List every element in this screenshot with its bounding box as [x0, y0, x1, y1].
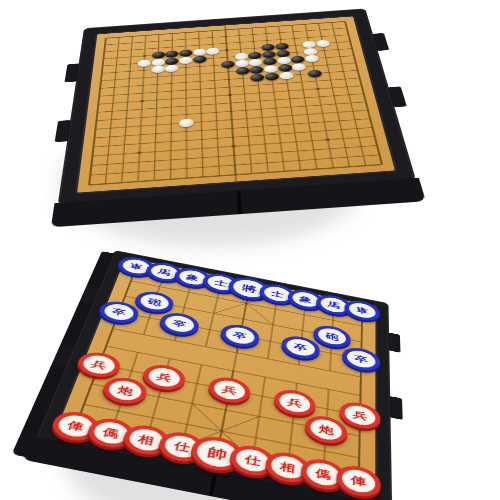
latch-tab-icon	[388, 333, 400, 353]
xq-piece-character: 砲	[325, 332, 338, 341]
xq-piece-character: 卒	[172, 319, 187, 329]
xq-piece-character: 車	[129, 262, 144, 270]
xq-piece-character: 砲	[147, 297, 162, 306]
xq-piece-character: 象	[186, 273, 200, 282]
go-board-tray	[58, 9, 416, 206]
xq-piece-character: 卒	[111, 307, 127, 316]
latch-tab-icon	[55, 120, 72, 142]
xq-piece-character: 俥	[351, 474, 367, 487]
xq-piece-character: 士	[271, 290, 284, 299]
latch-tab-icon	[52, 345, 74, 368]
xq-piece-character: 傌	[102, 427, 121, 439]
xq-piece-character: 將	[241, 283, 257, 293]
xq-piece-character: 兵	[90, 359, 107, 370]
xq-piece-character: 兵	[353, 410, 367, 421]
latch-tab-icon	[64, 63, 79, 82]
xq-piece-character: 象	[299, 295, 312, 304]
product-photo: 車馬象士將士象馬車砲砲卒卒卒卒卒兵兵兵兵兵炮炮俥傌相仕帥仕相傌俥	[0, 0, 500, 500]
xiangqi-board-scene: 車馬象士將士象馬車砲砲卒卒卒卒卒兵兵兵兵兵炮炮俥傌相仕帥仕相傌俥	[77, 186, 393, 500]
latch-tab-icon	[388, 87, 407, 108]
xq-piece-character: 相	[280, 461, 297, 474]
xiangqi-board-tray: 車馬象士將士象馬車砲砲卒卒卒卒卒兵兵兵兵兵炮炮俥傌相仕帥仕相傌俥	[35, 250, 393, 500]
xq-piece-character: 兵	[287, 397, 302, 408]
xq-piece-character: 兵	[222, 384, 238, 395]
go-board-tilt	[58, 9, 416, 206]
xq-piece-character: 炮	[318, 424, 333, 436]
xq-piece-character: 仕	[173, 440, 191, 453]
xq-piece-character: 兵	[156, 372, 173, 383]
xq-piece-character: 炮	[116, 385, 133, 396]
xq-piece-character: 相	[137, 433, 155, 446]
xq-piece-character: 仕	[244, 454, 261, 467]
go-board[interactable]	[77, 16, 395, 192]
xq-piece-character: 車	[356, 306, 368, 315]
fold-seam	[209, 471, 217, 496]
xq-piece-character: 士	[214, 279, 228, 288]
latch-tab-icon	[81, 285, 100, 304]
latch-tab-icon	[389, 396, 403, 420]
xq-piece-character: 傌	[315, 468, 331, 481]
latch-tab-icon	[372, 33, 389, 51]
xq-piece-character: 帥	[207, 446, 228, 461]
xq-piece-character: 卒	[354, 354, 367, 364]
xq-piece-character: 卒	[294, 342, 308, 352]
xq-piece-character: 卒	[233, 331, 248, 341]
xq-piece-character: 馬	[328, 301, 341, 310]
xiangqi-board-tilt: 車馬象士將士象馬車砲砲卒卒卒卒卒兵兵兵兵兵炮炮俥傌相仕帥仕相傌俥	[35, 250, 393, 500]
xq-piece-character: 馬	[157, 268, 171, 276]
xq-piece-character: 俥	[66, 420, 85, 432]
